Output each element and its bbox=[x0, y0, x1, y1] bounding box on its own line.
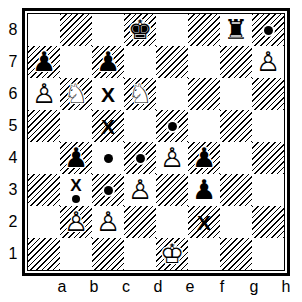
square-f3[interactable]: ♟ bbox=[188, 174, 220, 206]
square-g6[interactable] bbox=[220, 78, 252, 110]
file-label-h: h bbox=[270, 276, 302, 298]
rank-label-6: 6 bbox=[4, 78, 22, 110]
piece-white-pawn: ♟♙ bbox=[28, 78, 60, 110]
square-c6[interactable]: X bbox=[92, 78, 124, 110]
piece-white-pawn: ♟♙ bbox=[124, 174, 156, 206]
piece-black-king: ♚ bbox=[124, 14, 156, 46]
square-h6[interactable] bbox=[252, 78, 284, 110]
x-marker-icon: X bbox=[197, 212, 211, 233]
dot-marker-icon bbox=[104, 186, 113, 195]
square-c5[interactable]: X bbox=[92, 110, 124, 142]
square-b8[interactable] bbox=[60, 14, 92, 46]
square-f8[interactable] bbox=[188, 14, 220, 46]
square-d5[interactable] bbox=[124, 110, 156, 142]
white-pawn-glyph: ♙ bbox=[124, 174, 156, 206]
white-king-glyph: ♔ bbox=[156, 238, 188, 270]
x-marker-icon: X bbox=[101, 84, 115, 105]
square-d8[interactable]: ♚ bbox=[124, 14, 156, 46]
square-f5[interactable] bbox=[188, 110, 220, 142]
chess-board: ♚♜♟♟♟♙♟♙♞♘X♞♘X♟♟♙♟X♟♙♟♟♙♟♙X♚♔ bbox=[28, 14, 284, 270]
square-g3[interactable] bbox=[220, 174, 252, 206]
file-label-a: a bbox=[46, 276, 78, 298]
dot-marker-icon bbox=[168, 122, 177, 131]
square-a8[interactable] bbox=[28, 14, 60, 46]
square-a3[interactable] bbox=[28, 174, 60, 206]
file-label-b: b bbox=[78, 276, 110, 298]
square-e6[interactable] bbox=[156, 78, 188, 110]
square-f4[interactable]: ♟ bbox=[188, 142, 220, 174]
file-label-e: e bbox=[174, 276, 206, 298]
square-d3[interactable]: ♟♙ bbox=[124, 174, 156, 206]
square-a4[interactable] bbox=[28, 142, 60, 174]
square-e3[interactable] bbox=[156, 174, 188, 206]
piece-black-pawn: ♟ bbox=[28, 46, 60, 78]
white-knight-glyph: ♘ bbox=[60, 78, 92, 110]
square-g1[interactable] bbox=[220, 238, 252, 270]
file-labels: abcdefgh bbox=[46, 276, 302, 298]
file-label-c: c bbox=[110, 276, 142, 298]
piece-white-pawn: ♟♙ bbox=[60, 206, 92, 238]
file-label-f: f bbox=[206, 276, 238, 298]
rank-label-8: 8 bbox=[4, 14, 22, 46]
square-f1[interactable] bbox=[188, 238, 220, 270]
square-h2[interactable] bbox=[252, 206, 284, 238]
square-b1[interactable] bbox=[60, 238, 92, 270]
black-pawn-glyph: ♟ bbox=[92, 46, 124, 78]
rank-label-4: 4 bbox=[4, 142, 22, 174]
x-marker-icon: X bbox=[101, 116, 115, 137]
square-a6[interactable]: ♟♙ bbox=[28, 78, 60, 110]
square-h5[interactable] bbox=[252, 110, 284, 142]
square-c1[interactable] bbox=[92, 238, 124, 270]
piece-black-pawn: ♟ bbox=[92, 46, 124, 78]
white-knight-glyph: ♘ bbox=[124, 78, 156, 110]
chess-diagram-page: 87654321 ♚♜♟♟♟♙♟♙♞♘X♞♘X♟♟♙♟X♟♙♟♟♙♟♙X♚♔ a… bbox=[0, 0, 297, 302]
square-e5[interactable] bbox=[156, 110, 188, 142]
board-inner-border: ♚♜♟♟♟♙♟♙♞♘X♞♘X♟♟♙♟X♟♙♟♟♙♟♙X♚♔ bbox=[27, 13, 285, 271]
square-c2[interactable]: ♟♙ bbox=[92, 206, 124, 238]
black-pawn-glyph: ♟ bbox=[188, 142, 220, 174]
dot-marker-icon bbox=[136, 154, 145, 163]
square-d6[interactable]: ♞♘ bbox=[124, 78, 156, 110]
square-a2[interactable] bbox=[28, 206, 60, 238]
square-b2[interactable]: ♟♙ bbox=[60, 206, 92, 238]
square-b6[interactable]: ♞♘ bbox=[60, 78, 92, 110]
piece-white-knight: ♞♘ bbox=[124, 78, 156, 110]
dot-marker-icon bbox=[104, 154, 113, 163]
black-king-glyph: ♚ bbox=[124, 14, 156, 46]
piece-black-rook: ♜ bbox=[220, 14, 252, 46]
file-label-d: d bbox=[142, 276, 174, 298]
white-pawn-glyph: ♙ bbox=[60, 206, 92, 238]
white-pawn-glyph: ♙ bbox=[28, 78, 60, 110]
rank-labels: 87654321 bbox=[4, 8, 22, 276]
square-g4[interactable] bbox=[220, 142, 252, 174]
piece-black-pawn: ♟ bbox=[60, 142, 92, 174]
piece-black-pawn: ♟ bbox=[188, 142, 220, 174]
square-e7[interactable] bbox=[156, 46, 188, 78]
square-f2[interactable]: X bbox=[188, 206, 220, 238]
square-b5[interactable] bbox=[60, 110, 92, 142]
square-h7[interactable]: ♟♙ bbox=[252, 46, 284, 78]
piece-white-pawn: ♟♙ bbox=[92, 206, 124, 238]
rank-label-1: 1 bbox=[4, 238, 22, 270]
rank-label-5: 5 bbox=[4, 110, 22, 142]
piece-white-pawn: ♟♙ bbox=[156, 142, 188, 174]
square-g8[interactable]: ♜ bbox=[220, 14, 252, 46]
chess-diagram: 87654321 ♚♜♟♟♟♙♟♙♞♘X♞♘X♟♟♙♟X♟♙♟♟♙♟♙X♚♔ a… bbox=[4, 8, 297, 298]
piece-white-pawn: ♟♙ bbox=[252, 46, 284, 78]
square-d4[interactable] bbox=[124, 142, 156, 174]
black-rook-glyph: ♜ bbox=[220, 14, 252, 46]
square-e8[interactable] bbox=[156, 14, 188, 46]
x-marker-icon: X bbox=[70, 177, 81, 194]
file-label-g: g bbox=[238, 276, 270, 298]
square-h1[interactable] bbox=[252, 238, 284, 270]
square-c8[interactable] bbox=[92, 14, 124, 46]
square-d2[interactable] bbox=[124, 206, 156, 238]
piece-white-king: ♚♔ bbox=[156, 238, 188, 270]
square-c4[interactable] bbox=[92, 142, 124, 174]
square-f6[interactable] bbox=[188, 78, 220, 110]
square-g5[interactable] bbox=[220, 110, 252, 142]
square-a7[interactable]: ♟ bbox=[28, 46, 60, 78]
dot-marker-icon bbox=[72, 195, 80, 203]
rank-label-2: 2 bbox=[4, 206, 22, 238]
white-pawn-glyph: ♙ bbox=[156, 142, 188, 174]
square-g2[interactable] bbox=[220, 206, 252, 238]
square-b4[interactable]: ♟ bbox=[60, 142, 92, 174]
square-a5[interactable] bbox=[28, 110, 60, 142]
square-h8[interactable] bbox=[252, 14, 284, 46]
rank-label-7: 7 bbox=[4, 46, 22, 78]
square-e2[interactable] bbox=[156, 206, 188, 238]
square-c7[interactable]: ♟ bbox=[92, 46, 124, 78]
rank-label-3: 3 bbox=[4, 174, 22, 206]
square-c3[interactable] bbox=[92, 174, 124, 206]
black-pawn-glyph: ♟ bbox=[60, 142, 92, 174]
square-e1[interactable]: ♚♔ bbox=[156, 238, 188, 270]
square-f7[interactable] bbox=[188, 46, 220, 78]
square-b7[interactable] bbox=[60, 46, 92, 78]
square-e4[interactable]: ♟♙ bbox=[156, 142, 188, 174]
square-b3[interactable]: X bbox=[60, 174, 92, 206]
square-h3[interactable] bbox=[252, 174, 284, 206]
white-pawn-glyph: ♙ bbox=[92, 206, 124, 238]
square-a1[interactable] bbox=[28, 238, 60, 270]
white-pawn-glyph: ♙ bbox=[252, 46, 284, 78]
black-pawn-glyph: ♟ bbox=[188, 174, 220, 206]
piece-white-knight: ♞♘ bbox=[60, 78, 92, 110]
square-d7[interactable] bbox=[124, 46, 156, 78]
piece-black-pawn: ♟ bbox=[188, 174, 220, 206]
dot-marker-icon bbox=[264, 26, 273, 35]
x-and-dot-marker: X bbox=[70, 177, 81, 203]
square-h4[interactable] bbox=[252, 142, 284, 174]
black-pawn-glyph: ♟ bbox=[28, 46, 60, 78]
square-g7[interactable] bbox=[220, 46, 252, 78]
square-d1[interactable] bbox=[124, 238, 156, 270]
board-frame: ♚♜♟♟♟♙♟♙♞♘X♞♘X♟♟♙♟X♟♙♟♟♙♟♙X♚♔ bbox=[22, 8, 290, 276]
